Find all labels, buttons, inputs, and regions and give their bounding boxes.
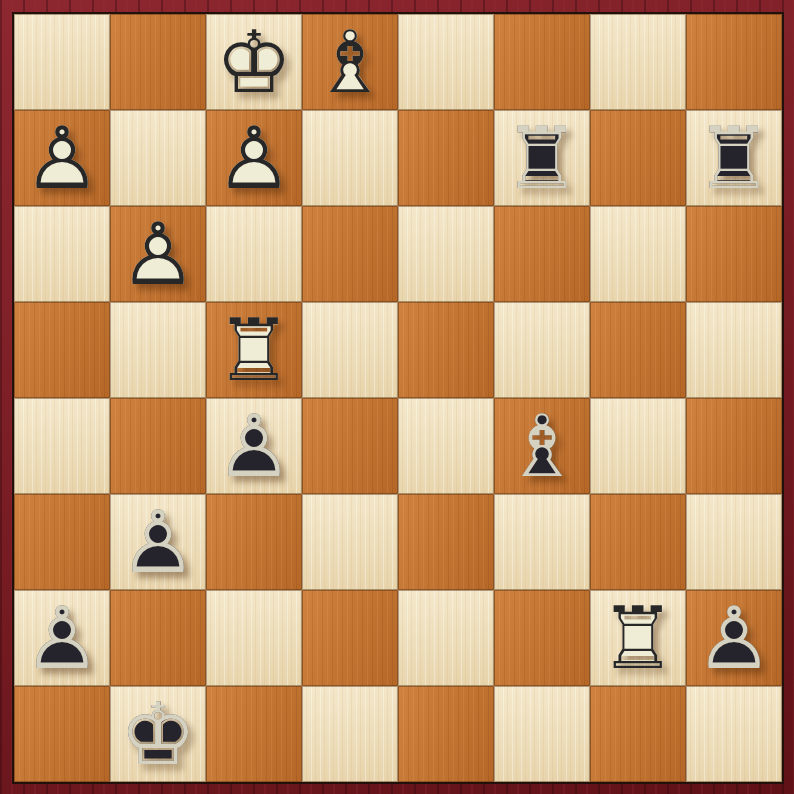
black-bishop-outline: ♗ (494, 398, 590, 494)
square-e3[interactable] (398, 494, 494, 590)
square-a6[interactable] (14, 206, 110, 302)
white-rook[interactable]: ♜♖ (206, 302, 302, 398)
square-f2[interactable] (494, 590, 590, 686)
square-a5[interactable] (14, 302, 110, 398)
square-h2[interactable]: ♟♙ (686, 590, 782, 686)
square-c3[interactable] (206, 494, 302, 590)
square-e7[interactable] (398, 110, 494, 206)
square-e8[interactable] (398, 14, 494, 110)
square-f7[interactable]: ♜♖ (494, 110, 590, 206)
square-h5[interactable] (686, 302, 782, 398)
black-rook[interactable]: ♜♖ (494, 110, 590, 206)
square-a4[interactable] (14, 398, 110, 494)
square-a1[interactable] (14, 686, 110, 782)
square-g3[interactable] (590, 494, 686, 590)
square-c5[interactable]: ♜♖ (206, 302, 302, 398)
square-h4[interactable] (686, 398, 782, 494)
square-f1[interactable] (494, 686, 590, 782)
square-h1[interactable] (686, 686, 782, 782)
square-f3[interactable] (494, 494, 590, 590)
square-a7[interactable]: ♟♙ (14, 110, 110, 206)
square-d3[interactable] (302, 494, 398, 590)
white-pawn[interactable]: ♟♙ (110, 206, 206, 302)
square-e6[interactable] (398, 206, 494, 302)
chessboard: ♚♔♝♗♟♙♟♙♜♖♜♖♟♙♜♖♟♙♝♗♟♙♟♙♜♖♟♙♚♔ (12, 12, 784, 784)
square-b8[interactable] (110, 14, 206, 110)
square-c4[interactable]: ♟♙ (206, 398, 302, 494)
black-rook-outline: ♖ (494, 110, 590, 206)
square-d8[interactable]: ♝♗ (302, 14, 398, 110)
square-d6[interactable] (302, 206, 398, 302)
white-pawn-outline: ♙ (110, 206, 206, 302)
square-d1[interactable] (302, 686, 398, 782)
square-g5[interactable] (590, 302, 686, 398)
square-a3[interactable] (14, 494, 110, 590)
square-b4[interactable] (110, 398, 206, 494)
square-g2[interactable]: ♜♖ (590, 590, 686, 686)
square-f5[interactable] (494, 302, 590, 398)
black-pawn-outline: ♙ (14, 590, 110, 686)
square-e1[interactable] (398, 686, 494, 782)
white-pawn[interactable]: ♟♙ (206, 110, 302, 206)
white-bishop-outline: ♗ (302, 14, 398, 110)
square-h6[interactable] (686, 206, 782, 302)
square-b7[interactable] (110, 110, 206, 206)
black-pawn-outline: ♙ (110, 494, 206, 590)
white-pawn-outline: ♙ (14, 110, 110, 206)
square-b3[interactable]: ♟♙ (110, 494, 206, 590)
square-f4[interactable]: ♝♗ (494, 398, 590, 494)
white-king-outline: ♔ (206, 14, 302, 110)
chess-app: ♚♔♝♗♟♙♟♙♜♖♜♖♟♙♜♖♟♙♝♗♟♙♟♙♜♖♟♙♚♔ (0, 0, 794, 794)
square-b5[interactable] (110, 302, 206, 398)
black-pawn-outline: ♙ (686, 590, 782, 686)
square-f6[interactable] (494, 206, 590, 302)
black-rook[interactable]: ♜♖ (686, 110, 782, 206)
square-d5[interactable] (302, 302, 398, 398)
square-g7[interactable] (590, 110, 686, 206)
square-a2[interactable]: ♟♙ (14, 590, 110, 686)
square-e2[interactable] (398, 590, 494, 686)
white-pawn[interactable]: ♟♙ (14, 110, 110, 206)
square-g1[interactable] (590, 686, 686, 782)
white-pawn-outline: ♙ (206, 110, 302, 206)
square-c8[interactable]: ♚♔ (206, 14, 302, 110)
black-king[interactable]: ♚♔ (110, 686, 206, 782)
square-h3[interactable] (686, 494, 782, 590)
square-h8[interactable] (686, 14, 782, 110)
square-b2[interactable] (110, 590, 206, 686)
black-pawn[interactable]: ♟♙ (110, 494, 206, 590)
black-bishop[interactable]: ♝♗ (494, 398, 590, 494)
square-d4[interactable] (302, 398, 398, 494)
square-g8[interactable] (590, 14, 686, 110)
square-d7[interactable] (302, 110, 398, 206)
black-pawn[interactable]: ♟♙ (14, 590, 110, 686)
square-e4[interactable] (398, 398, 494, 494)
square-b1[interactable]: ♚♔ (110, 686, 206, 782)
white-rook[interactable]: ♜♖ (590, 590, 686, 686)
square-a8[interactable] (14, 14, 110, 110)
square-g4[interactable] (590, 398, 686, 494)
white-rook-outline: ♖ (590, 590, 686, 686)
white-bishop[interactable]: ♝♗ (302, 14, 398, 110)
black-pawn[interactable]: ♟♙ (206, 398, 302, 494)
white-rook-outline: ♖ (206, 302, 302, 398)
square-c1[interactable] (206, 686, 302, 782)
square-g6[interactable] (590, 206, 686, 302)
black-rook-outline: ♖ (686, 110, 782, 206)
square-c2[interactable] (206, 590, 302, 686)
white-king[interactable]: ♚♔ (206, 14, 302, 110)
black-pawn-outline: ♙ (206, 398, 302, 494)
square-c6[interactable] (206, 206, 302, 302)
square-f8[interactable] (494, 14, 590, 110)
black-pawn[interactable]: ♟♙ (686, 590, 782, 686)
square-c7[interactable]: ♟♙ (206, 110, 302, 206)
square-h7[interactable]: ♜♖ (686, 110, 782, 206)
black-king-outline: ♔ (110, 686, 206, 782)
square-d2[interactable] (302, 590, 398, 686)
square-e5[interactable] (398, 302, 494, 398)
square-b6[interactable]: ♟♙ (110, 206, 206, 302)
